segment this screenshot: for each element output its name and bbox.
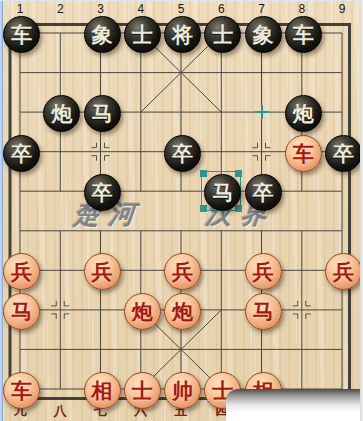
file-label-top: 2: [50, 2, 70, 16]
file-label-top: 5: [171, 2, 191, 16]
move-origin-marker: [255, 105, 269, 119]
file-label-top: 3: [91, 2, 111, 16]
black-piece-士[interactable]: 士: [204, 16, 241, 53]
black-piece-卒[interactable]: 卒: [84, 174, 121, 211]
file-label-top: 8: [292, 2, 312, 16]
red-piece-车[interactable]: 车: [285, 135, 322, 172]
red-piece-马[interactable]: 马: [3, 293, 40, 330]
black-piece-将[interactable]: 将: [164, 16, 201, 53]
window-edge-top: [0, 0, 363, 1]
file-label-top: 1: [10, 2, 30, 16]
black-piece-车[interactable]: 车: [3, 16, 40, 53]
red-piece-车[interactable]: 车: [3, 372, 40, 409]
window-edge-left: [0, 0, 3, 421]
file-label-top: 7: [252, 2, 272, 16]
red-piece-炮[interactable]: 炮: [164, 293, 201, 330]
black-piece-车[interactable]: 车: [285, 16, 322, 53]
file-label-top: 4: [131, 2, 151, 16]
black-piece-卒[interactable]: 卒: [245, 174, 282, 211]
black-piece-卒[interactable]: 卒: [325, 135, 362, 172]
red-piece-炮[interactable]: 炮: [124, 293, 161, 330]
black-piece-炮[interactable]: 炮: [285, 95, 322, 132]
red-piece-帅[interactable]: 帅: [164, 372, 201, 409]
black-piece-卒[interactable]: 卒: [164, 135, 201, 172]
black-piece-士[interactable]: 士: [124, 16, 161, 53]
red-piece-兵[interactable]: 兵: [245, 253, 282, 290]
file-label-bottom: 八: [50, 402, 70, 420]
black-piece-象[interactable]: 象: [245, 16, 282, 53]
black-piece-卒[interactable]: 卒: [3, 135, 40, 172]
watermark-blob: [226, 389, 363, 421]
black-piece-马[interactable]: 马: [84, 95, 121, 132]
red-piece-马[interactable]: 马: [245, 293, 282, 330]
board-grid-lines: [0, 0, 363, 421]
xiangqi-board[interactable]: 123456789 九八七六五四三二一 楚河 汉界 车象士将士象车炮马炮卒卒车卒…: [0, 0, 363, 421]
file-label-top: 6: [211, 2, 231, 16]
red-piece-兵[interactable]: 兵: [84, 253, 121, 290]
file-label-top: 9: [332, 2, 352, 16]
red-piece-士[interactable]: 士: [124, 372, 161, 409]
red-piece-相[interactable]: 相: [84, 372, 121, 409]
black-piece-象[interactable]: 象: [84, 16, 121, 53]
